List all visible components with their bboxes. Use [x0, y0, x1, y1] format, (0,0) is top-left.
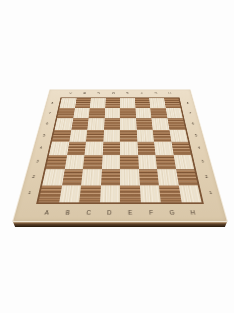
- square-b8: [75, 98, 91, 108]
- rank-label-right-8: 8: [180, 99, 196, 109]
- file-labels-top: ABCDEFGH: [62, 89, 178, 97]
- square-b1: [59, 185, 81, 202]
- board-edge: [13, 222, 227, 227]
- file-labels-bottom: ABCDEFGH: [35, 204, 206, 222]
- file-label-top-g: G: [148, 89, 163, 97]
- square-h6: [167, 118, 185, 129]
- square-h2: [176, 169, 198, 185]
- file-label-top-b: B: [77, 89, 92, 97]
- square-e1: [120, 185, 140, 202]
- square-e8: [120, 98, 135, 108]
- square-b6: [71, 118, 89, 129]
- square-d5: [103, 130, 120, 142]
- rank-label-right-7: 7: [182, 108, 199, 118]
- square-d4: [102, 142, 120, 155]
- product-photo: ABCDEFGH 87654321 87654321 ABCDEFGH: [0, 0, 234, 313]
- square-g4: [154, 142, 173, 155]
- square-c3: [83, 155, 102, 169]
- file-label-bottom-b: B: [56, 204, 79, 222]
- square-f1: [139, 185, 160, 202]
- file-label-top-h: H: [162, 89, 178, 97]
- square-b3: [64, 155, 84, 169]
- rank-label-right-3: 3: [193, 155, 214, 169]
- square-e6: [120, 118, 136, 129]
- square-b7: [73, 108, 90, 118]
- file-label-top-e: E: [120, 89, 134, 97]
- square-g6: [151, 118, 169, 129]
- square-h1: [178, 185, 201, 202]
- file-label-bottom-e: E: [120, 204, 141, 222]
- chess-board: ABCDEFGH 87654321 87654321 ABCDEFGH: [12, 89, 228, 222]
- square-c5: [86, 130, 104, 142]
- square-d6: [104, 118, 120, 129]
- rank-label-right-5: 5: [187, 130, 206, 142]
- square-d7: [104, 108, 120, 118]
- square-e3: [120, 155, 139, 169]
- square-h7: [165, 108, 182, 118]
- rank-label-right-6: 6: [184, 118, 202, 129]
- square-b5: [69, 130, 87, 142]
- square-h4: [171, 142, 191, 155]
- square-h8: [164, 98, 181, 108]
- square-c6: [87, 118, 104, 129]
- file-label-bottom-f: F: [140, 204, 162, 222]
- square-f3: [138, 155, 157, 169]
- file-label-top-c: C: [91, 89, 106, 97]
- square-c4: [85, 142, 103, 155]
- square-f5: [136, 130, 154, 142]
- square-f6: [136, 118, 153, 129]
- square-b4: [67, 142, 86, 155]
- playing-field: [36, 97, 204, 204]
- square-h3: [173, 155, 194, 169]
- file-label-top-a: A: [62, 89, 78, 97]
- square-d1: [100, 185, 120, 202]
- square-e2: [120, 169, 139, 185]
- square-c1: [79, 185, 100, 202]
- square-b2: [62, 169, 83, 185]
- square-e7: [120, 108, 136, 118]
- square-e5: [120, 130, 137, 142]
- file-label-bottom-h: H: [181, 204, 205, 222]
- file-label-top-f: F: [134, 89, 149, 97]
- square-f2: [139, 169, 159, 185]
- square-g5: [153, 130, 171, 142]
- square-f4: [137, 142, 155, 155]
- file-label-bottom-d: D: [99, 204, 120, 222]
- square-h5: [169, 130, 188, 142]
- square-d2: [101, 169, 120, 185]
- square-g7: [150, 108, 167, 118]
- square-f7: [135, 108, 151, 118]
- file-label-bottom-c: C: [77, 204, 99, 222]
- square-c2: [81, 169, 101, 185]
- file-label-top-d: D: [106, 89, 120, 97]
- square-g8: [149, 98, 165, 108]
- square-c8: [90, 98, 106, 108]
- rank-label-right-4: 4: [190, 142, 210, 155]
- square-e4: [120, 142, 138, 155]
- square-d8: [105, 98, 120, 108]
- square-d3: [101, 155, 120, 169]
- square-f8: [135, 98, 151, 108]
- square-c7: [89, 108, 105, 118]
